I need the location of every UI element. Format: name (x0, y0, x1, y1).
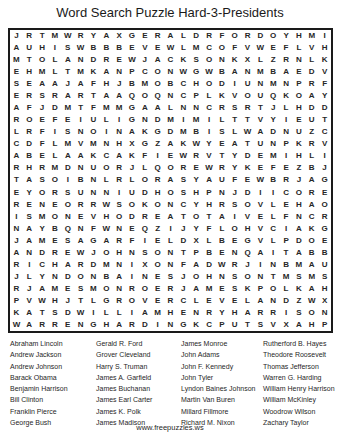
grid-cell: O (190, 271, 203, 283)
grid-cell: Q (61, 223, 74, 235)
grid-cell: U (318, 259, 331, 271)
grid-cell: F (280, 211, 293, 223)
word-list-item: Franklin Pierce (10, 406, 96, 417)
grid-cell: H (113, 138, 126, 150)
grid-cell: E (280, 199, 293, 211)
grid-cell: N (267, 138, 280, 150)
grid-cell: H (23, 162, 36, 174)
grid-cell: A (190, 259, 203, 271)
grid-cell: A (36, 78, 49, 90)
grid-cell: H (318, 283, 331, 295)
grid-cell: O (126, 295, 139, 307)
grid-cell: U (254, 138, 267, 150)
grid-cell: R (113, 235, 126, 247)
grid-cell: R (164, 283, 177, 295)
grid-cell: H (151, 187, 164, 199)
grid-cell: Z (267, 54, 280, 66)
grid-cell: I (113, 187, 126, 199)
grid-cell: A (190, 283, 203, 295)
grid-cell: R (203, 30, 216, 42)
grid-cell: U (87, 114, 100, 126)
grid-cell: O (138, 90, 151, 102)
word-list-item: Abraham Lincoln (10, 338, 96, 349)
grid-cell: F (318, 78, 331, 90)
grid-cell: F (87, 78, 100, 90)
grid-cell: I (87, 307, 100, 319)
grid-cell: E (151, 295, 164, 307)
grid-cell: O (203, 54, 216, 66)
word-list-item: Gerald R. Ford (96, 338, 181, 349)
grid-cell: W (177, 66, 190, 78)
grid-cell: M (267, 150, 280, 162)
grid-cell: A (254, 126, 267, 138)
grid-cell: H (100, 78, 113, 90)
grid-cell: L (267, 211, 280, 223)
grid-cell: O (292, 187, 305, 199)
grid-cell: H (241, 223, 254, 235)
grid-cell: K (138, 199, 151, 211)
grid-cell: S (49, 307, 62, 319)
word-list-item: James Monroe (181, 338, 263, 349)
grid-cell: M (190, 42, 203, 54)
grid-cell: V (228, 90, 241, 102)
grid-cell: N (113, 259, 126, 271)
grid-cell: Y (36, 271, 49, 283)
grid-cell: L (100, 174, 113, 186)
grid-cell: T (254, 102, 267, 114)
grid-cell: L (292, 42, 305, 54)
grid-cell: I (203, 114, 216, 126)
grid-cell: I (74, 114, 87, 126)
grid-cell: T (74, 102, 87, 114)
grid-cell: J (292, 174, 305, 186)
grid-cell: I (126, 271, 139, 283)
grid-cell: E (151, 271, 164, 283)
grid-cell: W (203, 66, 216, 78)
grid-cell: A (23, 319, 36, 331)
grid-cell: N (49, 271, 62, 283)
grid-cell: N (113, 223, 126, 235)
grid-cell: R (215, 102, 228, 114)
grid-cell: K (280, 90, 293, 102)
grid-cell: N (292, 211, 305, 223)
grid-cell: O (49, 211, 62, 223)
grid-cell: V (267, 319, 280, 331)
grid-cell: B (100, 271, 113, 283)
grid-cell: W (61, 30, 74, 42)
grid-cell: C (203, 42, 216, 54)
grid-cell: B (164, 78, 177, 90)
grid-cell: F (87, 223, 100, 235)
grid-cell: U (241, 78, 254, 90)
grid-cell: W (164, 42, 177, 54)
grid-cell: H (292, 30, 305, 42)
grid-cell: E (23, 78, 36, 90)
grid-cell: A (215, 211, 228, 223)
grid-cell: U (23, 42, 36, 54)
grid-cell: G (151, 126, 164, 138)
grid-cell: L (215, 114, 228, 126)
grid-cell: J (61, 295, 74, 307)
grid-cell: B (215, 235, 228, 247)
grid-cell: N (74, 319, 87, 331)
grid-cell: I (177, 114, 190, 126)
grid-cell: M (305, 30, 318, 42)
grid-cell: S (113, 199, 126, 211)
grid-cell: A (61, 54, 74, 66)
grid-cell: A (254, 295, 267, 307)
grid-cell: Q (126, 90, 139, 102)
grid-cell: M (87, 138, 100, 150)
grid-cell: S (177, 187, 190, 199)
grid-cell: E (151, 211, 164, 223)
grid-cell: W (305, 295, 318, 307)
grid-cell: V (138, 42, 151, 54)
grid-cell: E (241, 174, 254, 186)
grid-cell: R (305, 187, 318, 199)
grid-cell: K (138, 126, 151, 138)
grid-cell: W (100, 199, 113, 211)
grid-cell: W (203, 162, 216, 174)
word-list-item: Woodrow Wilson (263, 406, 335, 417)
grid-cell: O (100, 162, 113, 174)
grid-cell: E (215, 247, 228, 259)
grid-cell: A (61, 90, 74, 102)
grid-cell: I (100, 126, 113, 138)
grid-cell: V (254, 223, 267, 235)
grid-cell: M (254, 66, 267, 78)
grid-cell: E (113, 54, 126, 66)
grid-cell: N (138, 114, 151, 126)
grid-cell: U (254, 90, 267, 102)
grid-cell: T (87, 90, 100, 102)
grid-cell: A (254, 247, 267, 259)
grid-cell: Q (267, 90, 280, 102)
grid-cell: S (190, 54, 203, 66)
grid-cell: L (49, 138, 62, 150)
grid-cell: B (267, 66, 280, 78)
grid-cell: L (241, 295, 254, 307)
grid-cell: C (305, 211, 318, 223)
grid-cell: P (215, 319, 228, 331)
grid-cell: X (138, 259, 151, 271)
grid-cell: S (61, 126, 74, 138)
grid-cell: D (49, 102, 62, 114)
grid-cell: A (228, 66, 241, 78)
grid-cell: N (164, 66, 177, 78)
grid-cell: K (87, 66, 100, 78)
grid-cell: J (177, 223, 190, 235)
word-list-item: Barack Obama (10, 372, 96, 383)
grid-cell: F (36, 138, 49, 150)
grid-cell: E (49, 235, 62, 247)
grid-cell: M (280, 271, 293, 283)
grid-cell: A (280, 66, 293, 78)
grid-cell: H (292, 150, 305, 162)
grid-cell: W (215, 259, 228, 271)
grid-cell: W (126, 54, 139, 66)
grid-cell: D (61, 307, 74, 319)
grid-cell: J (113, 78, 126, 90)
grid-cell: J (228, 187, 241, 199)
grid-cell: A (100, 235, 113, 247)
grid-cell: T (241, 114, 254, 126)
grid-cell: O (228, 30, 241, 42)
grid-cell: D (36, 247, 49, 259)
grid-cell: K (292, 138, 305, 150)
word-list-item: James Buchanan (96, 383, 181, 394)
grid-cell: R (10, 162, 23, 174)
grid-cell: C (203, 102, 216, 114)
word-list-item: Thomas Jefferson (263, 361, 335, 372)
grid-cell: A (10, 102, 23, 114)
grid-cell: A (305, 259, 318, 271)
grid-cell: A (36, 283, 49, 295)
grid-cell: O (292, 90, 305, 102)
grid-cell: K (241, 283, 254, 295)
grid-cell: A (61, 259, 74, 271)
grid-cell: J (177, 271, 190, 283)
grid-cell: M (87, 283, 100, 295)
word-list-item: Millard Fillmore (181, 406, 263, 417)
grid-cell: M (36, 66, 49, 78)
grid-cell: F (203, 223, 216, 235)
grid-cell: B (100, 42, 113, 54)
word-list-item: William McKinley (263, 394, 335, 405)
grid-cell: O (190, 211, 203, 223)
grid-cell: K (305, 223, 318, 235)
grid-cell: R (126, 283, 139, 295)
grid-cell: A (74, 235, 87, 247)
grid-cell: O (36, 54, 49, 66)
grid-cell: B (267, 174, 280, 186)
grid-cell: D (241, 187, 254, 199)
grid-cell: W (254, 42, 267, 54)
grid-cell: J (138, 54, 151, 66)
grid-cell: B (280, 259, 293, 271)
grid-cell: F (280, 42, 293, 54)
grid-cell: A (113, 319, 126, 331)
grid-cell: O (74, 271, 87, 283)
grid-cell: N (138, 271, 151, 283)
grid-cell: J (267, 102, 280, 114)
grid-cell: E (292, 114, 305, 126)
grid-cell: H (100, 211, 113, 223)
word-list-column: Rutherford B. HayesTheodore RooseveltTho… (263, 338, 335, 428)
grid-cell: F (87, 102, 100, 114)
grid-cell: C (280, 187, 293, 199)
grid-cell: M (49, 162, 62, 174)
grid-cell: L (254, 54, 267, 66)
grid-cell: D (203, 259, 216, 271)
word-list-item: Grover Cleveland (96, 349, 181, 360)
grid-cell: M (36, 235, 49, 247)
grid-cell: F (215, 30, 228, 42)
grid-cell: A (74, 78, 87, 90)
grid-cell: L (164, 235, 177, 247)
grid-cell: D (151, 114, 164, 126)
grid-cell: E (318, 235, 331, 247)
grid-cell: W (100, 223, 113, 235)
grid-cell: O (36, 187, 49, 199)
grid-cell: N (74, 126, 87, 138)
grid-cell: H (190, 187, 203, 199)
grid-cell: P (126, 66, 139, 78)
grid-cell: A (74, 150, 87, 162)
grid-cell: N (215, 187, 228, 199)
grid-cell: T (318, 114, 331, 126)
grid-cell: R (228, 259, 241, 271)
grid-cell: G (138, 138, 151, 150)
grid-cell: V (318, 138, 331, 150)
grid-cell: T (74, 295, 87, 307)
grid-cell: J (87, 247, 100, 259)
grid-cell: R (74, 30, 87, 42)
grid-cell: C (138, 66, 151, 78)
word-list-item: John Adams (181, 349, 263, 360)
grid-cell: O (23, 114, 36, 126)
grid-cell: H (203, 199, 216, 211)
grid-cell: H (49, 295, 62, 307)
grid-cell: E (151, 235, 164, 247)
grid-cell: M (177, 126, 190, 138)
grid-cell: X (280, 319, 293, 331)
grid-cell: D (241, 150, 254, 162)
grid-cell: J (10, 235, 23, 247)
word-list-item: Benjamin Harrison (10, 383, 96, 394)
grid-cell: N (267, 259, 280, 271)
grid-cell: G (190, 66, 203, 78)
grid-cell: S (61, 187, 74, 199)
grid-cell: L (126, 174, 139, 186)
grid-cell: H (23, 66, 36, 78)
grid-cell: H (318, 42, 331, 54)
grid-cell: P (280, 235, 293, 247)
grid-cell: R (74, 90, 87, 102)
grid-cell: N (164, 319, 177, 331)
grid-cell: R (203, 307, 216, 319)
grid-cell: F (36, 126, 49, 138)
grid-cell: L (49, 66, 62, 78)
grid-cell: A (23, 235, 36, 247)
grid-cell: K (292, 283, 305, 295)
grid-cell: G (87, 235, 100, 247)
grid-cell: O (138, 174, 151, 186)
grid-cell: O (87, 126, 100, 138)
word-list-item: Andrew Johnson (10, 361, 96, 372)
grid-cell: A (228, 138, 241, 150)
puzzle-title: Word Search Puzzle Hard-3-Presidents (0, 5, 340, 20)
grid-cell: X (318, 295, 331, 307)
grid-cell: V (23, 295, 36, 307)
grid-cell: I (267, 247, 280, 259)
grid-cell: E (292, 66, 305, 78)
grid-cell: N (164, 247, 177, 259)
grid-cell: N (318, 307, 331, 319)
grid-cell: O (318, 199, 331, 211)
grid-cell: K (318, 54, 331, 66)
grid-cell: A (100, 90, 113, 102)
grid-cell: A (151, 102, 164, 114)
grid-cell: R (318, 211, 331, 223)
grid-cell: B (87, 42, 100, 54)
grid-cell: M (190, 114, 203, 126)
grid-cell: O (241, 271, 254, 283)
grid-cell: V (87, 211, 100, 223)
grid-cell: K (241, 162, 254, 174)
site-url: www.freepuzzles.ws (0, 423, 340, 432)
grid-cell: F (126, 235, 139, 247)
grid-cell: I (151, 319, 164, 331)
grid-cell: I (254, 187, 267, 199)
grid-cell: M (49, 30, 62, 42)
grid-cell: M (113, 102, 126, 114)
grid-cell: B (23, 150, 36, 162)
word-list-column: James MonroeJohn AdamsJohn F. KennedyJoh… (181, 338, 263, 428)
grid-cell: E (10, 90, 23, 102)
grid-cell: R (49, 90, 62, 102)
grid-cell: C (318, 126, 331, 138)
grid-cell: N (215, 54, 228, 66)
grid-cell: R (74, 259, 87, 271)
word-list-item: James K. Polk (96, 406, 181, 417)
grid-cell: E (318, 187, 331, 199)
grid-cell: R (241, 30, 254, 42)
grid-cell: D (305, 102, 318, 114)
grid-cell: M (49, 283, 62, 295)
grid-cell: H (100, 319, 113, 331)
grid-cell: Z (292, 295, 305, 307)
grid-cell: X (241, 54, 254, 66)
grid-cell: E (151, 42, 164, 54)
grid-cell: L (267, 199, 280, 211)
grid-cell: M (203, 283, 216, 295)
grid-cell: V (74, 138, 87, 150)
grid-cell: A (164, 174, 177, 186)
grid-cell: I (49, 126, 62, 138)
grid-cell: M (138, 78, 151, 90)
grid-cell: T (10, 174, 23, 186)
grid-cell: E (177, 307, 190, 319)
grid-cell: A (113, 150, 126, 162)
grid-cell: A (113, 271, 126, 283)
grid-cell: M (100, 102, 113, 114)
grid-cell: O (100, 283, 113, 295)
grid-cell: R (267, 307, 280, 319)
grid-cell: O (151, 247, 164, 259)
grid-cell: K (87, 150, 100, 162)
grid-cell: N (87, 187, 100, 199)
grid-cell: S (164, 271, 177, 283)
grid-cell: U (228, 319, 241, 331)
grid-cell: E (61, 114, 74, 126)
grid-cell: O (151, 78, 164, 90)
grid-cell: A (305, 199, 318, 211)
grid-cell: R (190, 150, 203, 162)
grid-cell: W (10, 319, 23, 331)
grid-cell: X (113, 30, 126, 42)
grid-cell: R (151, 174, 164, 186)
grid-cell: E (254, 211, 267, 223)
grid-cell: E (203, 295, 216, 307)
grid-cell: P (10, 295, 23, 307)
grid-cell: D (87, 259, 100, 271)
grid-cell: N (190, 307, 203, 319)
grid-cell: F (267, 162, 280, 174)
grid-cell: K (126, 150, 139, 162)
grid-cell: I (267, 187, 280, 199)
grid-cell: U (215, 174, 228, 186)
